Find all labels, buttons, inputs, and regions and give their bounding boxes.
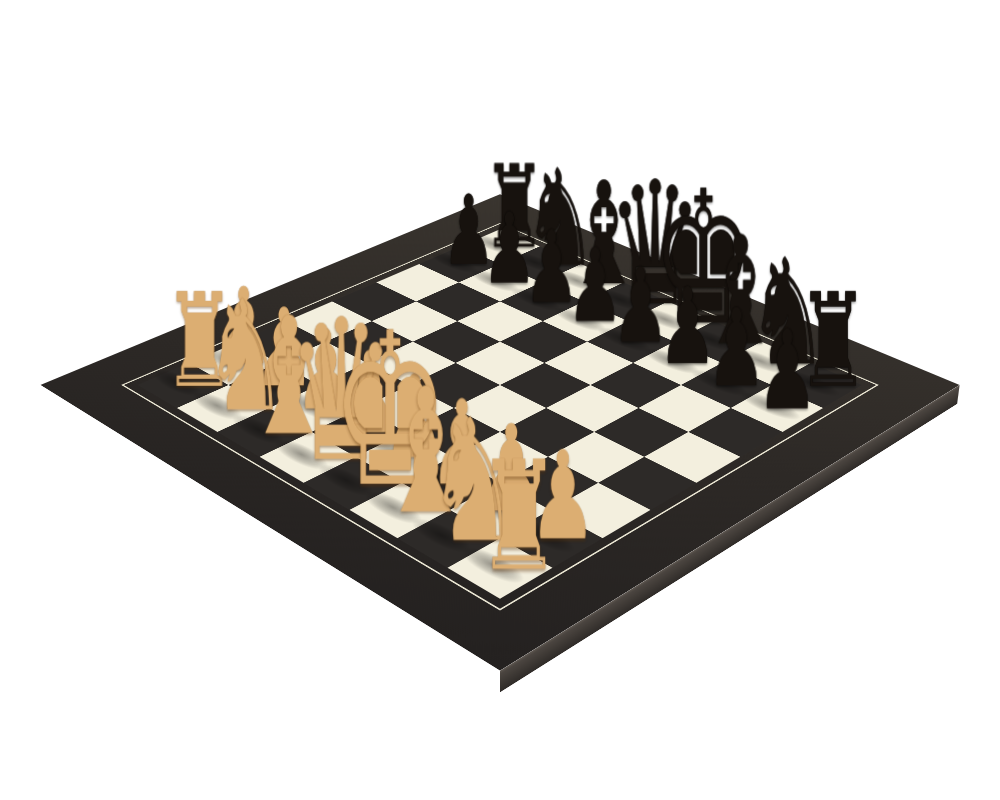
scene: ♜♞♝♛♚♝♞♜♟♟♟♟♟♟♟♟♟♟♟♟♟♟♟♟♜♞♝♛♚♝♞♜	[0, 0, 1000, 800]
product-photo: ♜♞♝♛♚♝♞♜♟♟♟♟♟♟♟♟♟♟♟♟♟♟♟♟♜♞♝♛♚♝♞♜	[0, 0, 1000, 800]
chess-board: ♜♞♝♛♚♝♞♜♟♟♟♟♟♟♟♟♟♟♟♟♟♟♟♟♜♞♝♛♚♝♞♜	[40, 194, 959, 671]
